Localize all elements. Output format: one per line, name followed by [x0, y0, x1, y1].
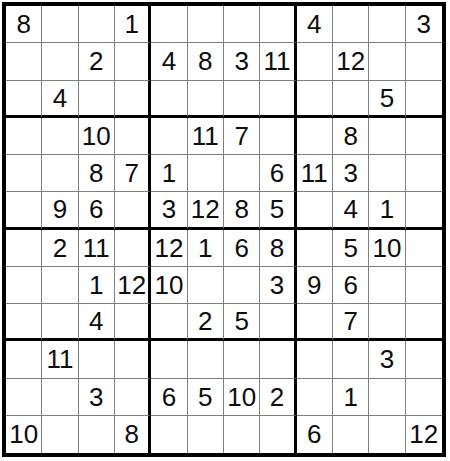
- cell-r4c10[interactable]: 8: [333, 118, 369, 155]
- cell-r8c7[interactable]: [224, 267, 260, 304]
- cell-r1c2[interactable]: [42, 6, 78, 43]
- cell-r11c7[interactable]: 10: [224, 379, 260, 416]
- cell-r2c6[interactable]: 8: [188, 43, 224, 80]
- cell-r9c9[interactable]: [297, 304, 333, 341]
- cell-r10c1[interactable]: [6, 341, 42, 378]
- cell-r1c12[interactable]: 3: [406, 6, 442, 43]
- cell-r4c11[interactable]: [369, 118, 405, 155]
- cell-r5c7[interactable]: [224, 155, 260, 192]
- cell-r9c10[interactable]: 7: [333, 304, 369, 341]
- cell-r3c8[interactable]: [260, 81, 296, 118]
- cell-r12c11[interactable]: [369, 416, 405, 453]
- cell-r8c11[interactable]: [369, 267, 405, 304]
- cell-r4c5[interactable]: [151, 118, 187, 155]
- cell-r12c9[interactable]: 6: [297, 416, 333, 453]
- cell-r1c3[interactable]: [79, 6, 115, 43]
- cell-r8c12[interactable]: [406, 267, 442, 304]
- cell-r12c2[interactable]: [42, 416, 78, 453]
- cell-r11c8[interactable]: 2: [260, 379, 296, 416]
- cell-r12c4[interactable]: 8: [115, 416, 151, 453]
- cell-r3c9[interactable]: [297, 81, 333, 118]
- cell-r6c12[interactable]: [406, 192, 442, 229]
- cell-r6c5[interactable]: 3: [151, 192, 187, 229]
- cell-r5c5[interactable]: 1: [151, 155, 187, 192]
- cell-r9c7[interactable]: 5: [224, 304, 260, 341]
- cell-r6c1[interactable]: [6, 192, 42, 229]
- cell-r5c6[interactable]: [188, 155, 224, 192]
- cell-r2c12[interactable]: [406, 43, 442, 80]
- cell-r8c10[interactable]: 6: [333, 267, 369, 304]
- cell-r4c4[interactable]: [115, 118, 151, 155]
- cell-r2c4[interactable]: [115, 43, 151, 80]
- cell-r5c12[interactable]: [406, 155, 442, 192]
- cell-r12c1[interactable]: 10: [6, 416, 42, 453]
- cell-r12c3[interactable]: [79, 416, 115, 453]
- cell-r1c4[interactable]: 1: [115, 6, 151, 43]
- cell-r8c4[interactable]: 12: [115, 267, 151, 304]
- cell-r11c3[interactable]: 3: [79, 379, 115, 416]
- cell-r8c9[interactable]: 9: [297, 267, 333, 304]
- cell-r9c12[interactable]: [406, 304, 442, 341]
- cell-r4c1[interactable]: [6, 118, 42, 155]
- cell-r9c6[interactable]: 2: [188, 304, 224, 341]
- cell-r7c10[interactable]: 5: [333, 230, 369, 267]
- cell-r2c1[interactable]: [6, 43, 42, 80]
- cell-r2c11[interactable]: [369, 43, 405, 80]
- cell-r1c5[interactable]: [151, 6, 187, 43]
- cell-r9c8[interactable]: [260, 304, 296, 341]
- cell-r1c1[interactable]: 8: [6, 6, 42, 43]
- cell-r3c3[interactable]: [79, 81, 115, 118]
- cell-r3c5[interactable]: [151, 81, 187, 118]
- cell-r11c5[interactable]: 6: [151, 379, 187, 416]
- cell-r3c11[interactable]: 5: [369, 81, 405, 118]
- cell-r11c9[interactable]: [297, 379, 333, 416]
- cell-r10c3[interactable]: [79, 341, 115, 378]
- cell-r12c7[interactable]: [224, 416, 260, 453]
- cell-r1c6[interactable]: [188, 6, 224, 43]
- cell-r8c6[interactable]: [188, 267, 224, 304]
- cell-r10c10[interactable]: [333, 341, 369, 378]
- cell-r6c8[interactable]: 5: [260, 192, 296, 229]
- cell-r10c7[interactable]: [224, 341, 260, 378]
- cell-r9c4[interactable]: [115, 304, 151, 341]
- cell-r5c2[interactable]: [42, 155, 78, 192]
- cell-r10c12[interactable]: [406, 341, 442, 378]
- cell-r2c9[interactable]: [297, 43, 333, 80]
- cell-r10c6[interactable]: [188, 341, 224, 378]
- cell-r9c2[interactable]: [42, 304, 78, 341]
- cell-r5c8[interactable]: 6: [260, 155, 296, 192]
- cell-r11c4[interactable]: [115, 379, 151, 416]
- cell-r4c6[interactable]: 11: [188, 118, 224, 155]
- cell-r11c1[interactable]: [6, 379, 42, 416]
- cell-r5c11[interactable]: [369, 155, 405, 192]
- cell-r1c10[interactable]: [333, 6, 369, 43]
- cell-r6c9[interactable]: [297, 192, 333, 229]
- cell-r10c11[interactable]: 3: [369, 341, 405, 378]
- cell-r12c10[interactable]: [333, 416, 369, 453]
- cell-r9c1[interactable]: [6, 304, 42, 341]
- cell-r4c3[interactable]: 10: [79, 118, 115, 155]
- cell-r8c8[interactable]: 3: [260, 267, 296, 304]
- cell-r5c1[interactable]: [6, 155, 42, 192]
- cell-r5c3[interactable]: 8: [79, 155, 115, 192]
- cell-r3c1[interactable]: [6, 81, 42, 118]
- cell-r5c9[interactable]: 11: [297, 155, 333, 192]
- cell-r12c6[interactable]: [188, 416, 224, 453]
- cell-r7c7[interactable]: 6: [224, 230, 260, 267]
- cell-r10c5[interactable]: [151, 341, 187, 378]
- cell-r11c2[interactable]: [42, 379, 78, 416]
- cell-r12c8[interactable]: [260, 416, 296, 453]
- cell-r5c10[interactable]: 3: [333, 155, 369, 192]
- cell-r7c11[interactable]: 10: [369, 230, 405, 267]
- cell-r3c10[interactable]: [333, 81, 369, 118]
- cell-r8c1[interactable]: [6, 267, 42, 304]
- cell-r1c9[interactable]: 4: [297, 6, 333, 43]
- cell-r8c3[interactable]: 1: [79, 267, 115, 304]
- cell-r10c9[interactable]: [297, 341, 333, 378]
- cell-r6c11[interactable]: 1: [369, 192, 405, 229]
- cell-r3c4[interactable]: [115, 81, 151, 118]
- cell-r1c7[interactable]: [224, 6, 260, 43]
- cell-r9c11[interactable]: [369, 304, 405, 341]
- sudoku-board: 8143248311124510117887161139631285412111…: [2, 2, 446, 457]
- cell-r7c3[interactable]: 11: [79, 230, 115, 267]
- cell-r9c5[interactable]: [151, 304, 187, 341]
- cell-r3c12[interactable]: [406, 81, 442, 118]
- cell-r6c3[interactable]: 6: [79, 192, 115, 229]
- cell-r6c10[interactable]: 4: [333, 192, 369, 229]
- cell-r9c3[interactable]: 4: [79, 304, 115, 341]
- cell-r1c11[interactable]: [369, 6, 405, 43]
- cell-r2c2[interactable]: [42, 43, 78, 80]
- cell-r10c8[interactable]: [260, 341, 296, 378]
- cell-r11c10[interactable]: 1: [333, 379, 369, 416]
- cell-r7c4[interactable]: [115, 230, 151, 267]
- cell-r10c2[interactable]: 11: [42, 341, 78, 378]
- cell-r4c7[interactable]: 7: [224, 118, 260, 155]
- cell-r10c4[interactable]: [115, 341, 151, 378]
- cell-r4c2[interactable]: [42, 118, 78, 155]
- cell-r6c2[interactable]: 9: [42, 192, 78, 229]
- cell-r8c5[interactable]: 10: [151, 267, 187, 304]
- cell-r7c12[interactable]: [406, 230, 442, 267]
- cell-r2c5[interactable]: 4: [151, 43, 187, 80]
- cell-r12c12[interactable]: 12: [406, 416, 442, 453]
- cell-r8c2[interactable]: [42, 267, 78, 304]
- cell-r11c11[interactable]: [369, 379, 405, 416]
- cell-r7c8[interactable]: 8: [260, 230, 296, 267]
- cell-r2c7[interactable]: 3: [224, 43, 260, 80]
- cell-r12c5[interactable]: [151, 416, 187, 453]
- cell-r6c6[interactable]: 12: [188, 192, 224, 229]
- cell-r3c6[interactable]: [188, 81, 224, 118]
- cell-r11c12[interactable]: [406, 379, 442, 416]
- cell-r2c3[interactable]: 2: [79, 43, 115, 80]
- cell-r6c4[interactable]: [115, 192, 151, 229]
- cell-r6c7[interactable]: 8: [224, 192, 260, 229]
- cell-r7c5[interactable]: 12: [151, 230, 187, 267]
- cell-r3c7[interactable]: [224, 81, 260, 118]
- cell-r7c6[interactable]: 1: [188, 230, 224, 267]
- cell-r7c9[interactable]: [297, 230, 333, 267]
- cell-r5c4[interactable]: 7: [115, 155, 151, 192]
- cell-r4c8[interactable]: [260, 118, 296, 155]
- cell-r4c12[interactable]: [406, 118, 442, 155]
- page: 8143248311124510117887161139631285412111…: [0, 0, 450, 461]
- cell-r7c1[interactable]: [6, 230, 42, 267]
- cell-r3c2[interactable]: 4: [42, 81, 78, 118]
- cell-r2c8[interactable]: 11: [260, 43, 296, 80]
- cell-r7c2[interactable]: 2: [42, 230, 78, 267]
- cell-r4c9[interactable]: [297, 118, 333, 155]
- cell-r1c8[interactable]: [260, 6, 296, 43]
- cell-r11c6[interactable]: 5: [188, 379, 224, 416]
- cell-r2c10[interactable]: 12: [333, 43, 369, 80]
